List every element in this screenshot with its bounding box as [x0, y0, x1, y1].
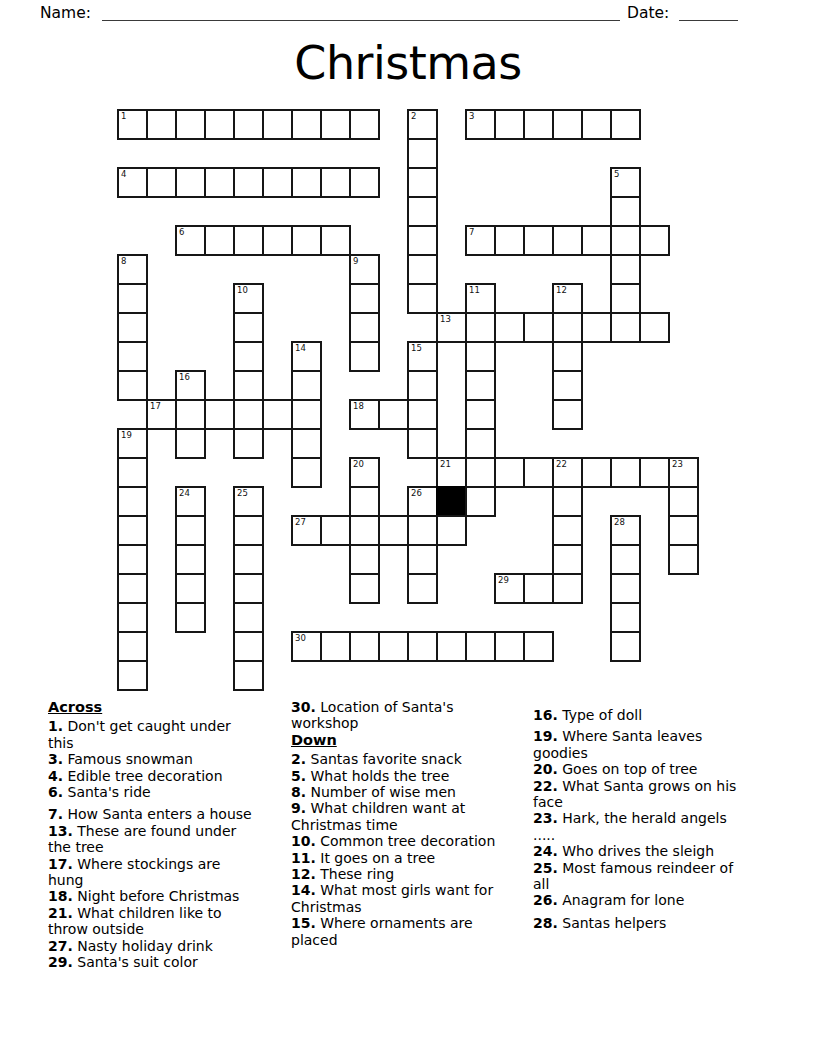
clue-down-23: 23. Hark, the herald angels ..... [533, 810, 741, 843]
grid-cell-r0c8[interactable] [349, 109, 380, 140]
grid-cell-r2c6[interactable] [291, 167, 322, 198]
clue-down-5: 5. What holds the tree [291, 768, 503, 784]
clue-across-29: 29. Santa's suit color [48, 954, 260, 970]
cell-number-11: 11 [469, 285, 480, 295]
grid-cell-r4c3[interactable] [204, 225, 235, 256]
cell-number-18: 18 [353, 401, 364, 411]
cell-number-21: 21 [440, 459, 451, 469]
cell-number-24: 24 [179, 488, 190, 498]
grid-cell-r0c7[interactable] [320, 109, 351, 140]
clue-down-22: 22. What Santa grows on his face [533, 778, 741, 811]
cell-number-4: 4 [121, 169, 126, 179]
clue-down-20: 20. Goes on top of tree [533, 761, 741, 777]
grid-cell-r0c4[interactable] [233, 109, 264, 140]
grid-cell-r6c0[interactable] [117, 283, 148, 314]
grid-cell-r17c4[interactable] [233, 602, 264, 633]
cell-number-19: 19 [121, 430, 132, 440]
grid-cell-r9c15[interactable] [552, 370, 583, 401]
grid-cell-r4c2[interactable]: 6 [175, 225, 206, 256]
grid-cell-r5c8[interactable]: 9 [349, 254, 380, 285]
grid-cell-r2c1[interactable] [146, 167, 177, 198]
clue-number: 10. [291, 833, 316, 849]
grid-cell-r4c13[interactable] [494, 225, 525, 256]
grid-cell-r11c6[interactable] [291, 428, 322, 459]
cell-number-17: 17 [150, 401, 161, 411]
clue-number: 25. [533, 860, 558, 876]
grid-cell-r12c6[interactable] [291, 457, 322, 488]
clue-number: 15. [291, 915, 316, 931]
grid-cell-r14c19[interactable] [668, 515, 699, 546]
grid-cell-r15c2[interactable] [175, 544, 206, 575]
clue-number: 3. [48, 751, 63, 767]
clue-across-6: 6. Santa's ride [48, 784, 260, 800]
grid-cell-r4c5[interactable] [262, 225, 293, 256]
grid-cell-r12c12[interactable] [465, 457, 496, 488]
grid-cell-r16c17[interactable] [610, 573, 641, 604]
grid-cell-r7c11[interactable]: 13 [436, 312, 467, 343]
grid-cell-r5c0[interactable]: 8 [117, 254, 148, 285]
grid-cell-r6c15[interactable]: 12 [552, 283, 583, 314]
grid-cell-r15c10[interactable] [407, 544, 438, 575]
down-header: Down [291, 732, 503, 748]
grid-cell-r8c0[interactable] [117, 341, 148, 372]
clue-number: 6. [48, 784, 63, 800]
cell-number-2: 2 [411, 111, 416, 121]
grid-cell-r4c7[interactable] [320, 225, 351, 256]
grid-cell-r18c8[interactable] [349, 631, 380, 662]
clue-down-19: 19. Where Santa leaves goodies [533, 728, 741, 761]
grid-cell-r10c2[interactable] [175, 399, 206, 430]
grid-cell-r15c15[interactable] [552, 544, 583, 575]
clue-number: 2. [291, 751, 306, 767]
grid-cell-r17c0[interactable] [117, 602, 148, 633]
grid-cell-r18c6[interactable]: 30 [291, 631, 322, 662]
grid-cell-r16c2[interactable] [175, 573, 206, 604]
grid-cell-r10c15[interactable] [552, 399, 583, 430]
grid-cell-r6c12[interactable]: 11 [465, 283, 496, 314]
grid-cell-r18c9[interactable] [378, 631, 409, 662]
clue-number: 9. [291, 800, 306, 816]
grid-cell-r11c2[interactable] [175, 428, 206, 459]
grid-cell-r2c17[interactable]: 5 [610, 167, 641, 198]
clue-number: 14. [291, 882, 316, 898]
grid-cell-r11c4[interactable] [233, 428, 264, 459]
grid-cell-r10c6[interactable] [291, 399, 322, 430]
clue-number: 29. [48, 954, 73, 970]
grid-cell-r15c19[interactable] [668, 544, 699, 575]
grid-cell-r2c0[interactable]: 4 [117, 167, 148, 198]
clue-across-27: 27. Nasty holiday drink [48, 938, 260, 954]
clue-number: 21. [48, 905, 73, 921]
clue-down-11: 11. It goes on a tree [291, 850, 503, 866]
grid-cell-r15c0[interactable] [117, 544, 148, 575]
clues-column-right: 16. Type of doll19. Where Santa leaves g… [533, 699, 741, 931]
cell-number-16: 16 [179, 372, 190, 382]
grid-cell-r4c12[interactable]: 7 [465, 225, 496, 256]
grid-cell-r15c8[interactable] [349, 544, 380, 575]
grid-cell-r11c0[interactable]: 19 [117, 428, 148, 459]
grid-cell-r13c19[interactable] [668, 486, 699, 517]
cell-number-20: 20 [353, 459, 364, 469]
grid-cell-r9c2[interactable]: 16 [175, 370, 206, 401]
grid-cell-r10c8[interactable]: 18 [349, 399, 380, 430]
grid-cell-r14c9[interactable] [378, 515, 409, 546]
cell-number-3: 3 [469, 111, 474, 121]
cell-number-26: 26 [411, 488, 422, 498]
clue-number: 13. [48, 823, 73, 839]
clue-across-30: 30. Location of Santa's workshop [291, 699, 503, 732]
grid-cell-r0c14[interactable] [523, 109, 554, 140]
grid-cell-r0c5[interactable] [262, 109, 293, 140]
grid-cell-r12c16[interactable] [581, 457, 612, 488]
grid-cell-r16c10[interactable] [407, 573, 438, 604]
grid-cell-r14c0[interactable] [117, 515, 148, 546]
grid-cell-r12c15[interactable]: 22 [552, 457, 583, 488]
grid-cell-r18c10[interactable] [407, 631, 438, 662]
grid-cell-r6c8[interactable] [349, 283, 380, 314]
grid-cell-r7c16[interactable] [581, 312, 612, 343]
clue-across-4: 4. Edible tree decoration [48, 768, 260, 784]
grid-cell-r7c17[interactable] [610, 312, 641, 343]
grid-cell-r18c12[interactable] [465, 631, 496, 662]
cell-number-12: 12 [556, 285, 567, 295]
grid-cell-r0c12[interactable]: 3 [465, 109, 496, 140]
clue-across-13: 13. These are found under the tree [48, 823, 260, 856]
cell-number-14: 14 [295, 343, 306, 353]
clue-number: 11. [291, 850, 316, 866]
worksheet-header: Name: Date: [0, 0, 816, 30]
grid-cell-r0c1[interactable] [146, 109, 177, 140]
grid-cell-r7c15[interactable] [552, 312, 583, 343]
grid-cell-r18c17[interactable] [610, 631, 641, 662]
grid-cell-r16c4[interactable] [233, 573, 264, 604]
grid-cell-r0c0[interactable]: 1 [117, 109, 148, 140]
grid-cell-r8c15[interactable] [552, 341, 583, 372]
clue-across-7: 7. How Santa enters a house [48, 806, 260, 822]
grid-cell-r15c4[interactable] [233, 544, 264, 575]
grid-cell-r0c17[interactable] [610, 109, 641, 140]
clue-down-2: 2. Santas favorite snack [291, 751, 503, 767]
cell-number-15: 15 [411, 343, 422, 353]
grid-cell-r5c10[interactable] [407, 254, 438, 285]
grid-cell-r8c6[interactable]: 14 [291, 341, 322, 372]
clue-number: 28. [533, 915, 558, 931]
grid-cell-r8c4[interactable] [233, 341, 264, 372]
clue-across-17: 17. Where stockings are hung [48, 856, 260, 889]
grid-cell-r18c4[interactable] [233, 631, 264, 662]
grid-cell-r2c2[interactable] [175, 167, 206, 198]
grid-cell-r13c2[interactable]: 24 [175, 486, 206, 517]
cell-number-9: 9 [353, 256, 358, 266]
grid-cell-r9c0[interactable] [117, 370, 148, 401]
clue-number: 7. [48, 806, 63, 822]
crossword-grid: 1234567891011121314151617181920212223242… [117, 109, 699, 693]
grid-cell-r11c10[interactable] [407, 428, 438, 459]
grid-cell-r13c8[interactable] [349, 486, 380, 517]
date-fill-line[interactable] [679, 4, 738, 21]
clue-down-24: 24. Who drives the sleigh [533, 843, 741, 859]
clue-number: 17. [48, 856, 73, 872]
clue-number: 16. [533, 707, 558, 723]
black-cell [436, 486, 467, 517]
cell-number-22: 22 [556, 459, 567, 469]
grid-cell-r11c12[interactable] [465, 428, 496, 459]
grid-cell-r9c10[interactable] [407, 370, 438, 401]
grid-cell-r16c13[interactable]: 29 [494, 573, 525, 604]
grid-cell-r12c17[interactable] [610, 457, 641, 488]
grid-cell-r3c17[interactable] [610, 196, 641, 227]
grid-cell-r7c14[interactable] [523, 312, 554, 343]
grid-cell-r7c13[interactable] [494, 312, 525, 343]
grid-cell-r12c13[interactable] [494, 457, 525, 488]
grid-cell-r1c10[interactable] [407, 138, 438, 169]
grid-cell-r16c8[interactable] [349, 573, 380, 604]
cell-number-8: 8 [121, 256, 126, 266]
grid-cell-r7c8[interactable] [349, 312, 380, 343]
grid-cell-r9c4[interactable] [233, 370, 264, 401]
grid-cell-r2c7[interactable] [320, 167, 351, 198]
clue-down-28: 28. Santas helpers [533, 915, 741, 931]
grid-cell-r14c15[interactable] [552, 515, 583, 546]
grid-cell-r8c8[interactable] [349, 341, 380, 372]
grid-cell-r18c0[interactable] [117, 631, 148, 662]
grid-cell-r6c4[interactable]: 10 [233, 283, 264, 314]
grid-cell-r10c9[interactable] [378, 399, 409, 430]
grid-cell-r10c10[interactable] [407, 399, 438, 430]
grid-cell-r14c10[interactable] [407, 515, 438, 546]
grid-cell-r14c6[interactable]: 27 [291, 515, 322, 546]
clue-number: 24. [533, 843, 558, 859]
grid-cell-r4c15[interactable] [552, 225, 583, 256]
clue-across-18: 18. Night before Christmas [48, 888, 260, 904]
clue-number: 8. [291, 784, 306, 800]
clue-down-10: 10. Common tree decoration [291, 833, 503, 849]
grid-cell-r7c0[interactable] [117, 312, 148, 343]
grid-cell-r14c7[interactable] [320, 515, 351, 546]
grid-cell-r2c10[interactable] [407, 167, 438, 198]
clue-number: 26. [533, 892, 558, 908]
grid-cell-r12c14[interactable] [523, 457, 554, 488]
grid-cell-r10c4[interactable] [233, 399, 264, 430]
grid-cell-r17c2[interactable] [175, 602, 206, 633]
clue-down-14: 14. What most girls want for Christmas [291, 882, 503, 915]
grid-cell-r14c11[interactable] [436, 515, 467, 546]
grid-cell-r6c10[interactable] [407, 283, 438, 314]
grid-cell-r10c5[interactable] [262, 399, 293, 430]
grid-cell-r13c12[interactable] [465, 486, 496, 517]
grid-cell-r13c0[interactable] [117, 486, 148, 517]
grid-cell-r0c6[interactable] [291, 109, 322, 140]
clue-across-3: 3. Famous snowman [48, 751, 260, 767]
grid-cell-r14c17[interactable]: 28 [610, 515, 641, 546]
grid-cell-r12c19[interactable]: 23 [668, 457, 699, 488]
grid-cell-r7c18[interactable] [639, 312, 670, 343]
grid-cell-r4c17[interactable] [610, 225, 641, 256]
clue-down-9: 9. What children want at Christmas time [291, 800, 503, 833]
clues-column-across: Across1. Don't get caught under this3. F… [48, 699, 260, 971]
grid-cell-r4c14[interactable] [523, 225, 554, 256]
grid-cell-r2c4[interactable] [233, 167, 264, 198]
clue-number: 1. [48, 718, 63, 734]
clue-down-12: 12. These ring [291, 866, 503, 882]
grid-cell-r15c17[interactable] [610, 544, 641, 575]
grid-cell-r10c12[interactable] [465, 399, 496, 430]
grid-cell-r0c15[interactable] [552, 109, 583, 140]
grid-cell-r9c12[interactable] [465, 370, 496, 401]
clue-number: 12. [291, 866, 316, 882]
grid-cell-r8c12[interactable] [465, 341, 496, 372]
grid-cell-r13c10[interactable]: 26 [407, 486, 438, 517]
clue-number: 20. [533, 761, 558, 777]
grid-cell-r12c11[interactable]: 21 [436, 457, 467, 488]
grid-cell-r4c6[interactable] [291, 225, 322, 256]
cell-number-23: 23 [672, 459, 683, 469]
clue-number: 5. [291, 768, 306, 784]
grid-cell-r14c4[interactable] [233, 515, 264, 546]
grid-cell-r16c15[interactable] [552, 573, 583, 604]
cell-number-7: 7 [469, 227, 474, 237]
cell-number-10: 10 [237, 285, 248, 295]
clue-across-1: 1. Don't get caught under this [48, 718, 260, 751]
clue-down-25: 25. Most famous reindeer of all [533, 860, 741, 893]
grid-cell-r18c7[interactable] [320, 631, 351, 662]
date-label: Date: [627, 4, 669, 22]
cell-number-28: 28 [614, 517, 625, 527]
cell-number-27: 27 [295, 517, 306, 527]
cell-number-13: 13 [440, 314, 451, 324]
clue-across-21: 21. What children like to throw outside [48, 905, 260, 938]
grid-cell-r3c10[interactable] [407, 196, 438, 227]
grid-cell-r2c3[interactable] [204, 167, 235, 198]
clue-down-26: 26. Anagram for lone [533, 892, 741, 908]
grid-cell-r8c10[interactable]: 15 [407, 341, 438, 372]
grid-cell-r5c17[interactable] [610, 254, 641, 285]
grid-cell-r4c16[interactable] [581, 225, 612, 256]
grid-cell-r16c14[interactable] [523, 573, 554, 604]
grid-cell-r19c0[interactable] [117, 660, 148, 691]
grid-cell-r4c18[interactable] [639, 225, 670, 256]
grid-cell-r12c18[interactable] [639, 457, 670, 488]
grid-cell-r0c10[interactable]: 2 [407, 109, 438, 140]
clue-number: 19. [533, 728, 558, 744]
grid-cell-r13c4[interactable]: 25 [233, 486, 264, 517]
clue-down-16: 16. Type of doll [533, 707, 741, 723]
grid-cell-r18c11[interactable] [436, 631, 467, 662]
grid-cell-r9c6[interactable] [291, 370, 322, 401]
clue-number: 4. [48, 768, 63, 784]
clue-number: 27. [48, 938, 73, 954]
clue-number: 22. [533, 778, 558, 794]
clue-number: 23. [533, 810, 558, 826]
clue-down-8: 8. Number of wise men [291, 784, 503, 800]
cell-number-29: 29 [498, 575, 509, 585]
grid-cell-r14c2[interactable] [175, 515, 206, 546]
grid-cell-r10c3[interactable] [204, 399, 235, 430]
grid-cell-r10c1[interactable]: 17 [146, 399, 177, 430]
clue-number: 30. [291, 699, 316, 715]
grid-cell-r7c12[interactable] [465, 312, 496, 343]
clue-down-15: 15. Where ornaments are placed [291, 915, 503, 948]
name-fill-line[interactable] [102, 4, 620, 21]
grid-cell-r13c15[interactable] [552, 486, 583, 517]
grid-cell-r18c14[interactable] [523, 631, 554, 662]
clue-number: 18. [48, 888, 73, 904]
grid-cell-r4c10[interactable] [407, 225, 438, 256]
grid-cell-r16c0[interactable] [117, 573, 148, 604]
grid-cell-r18c13[interactable] [494, 631, 525, 662]
clues-column-middle: 30. Location of Santa's workshopDown2. S… [291, 699, 503, 948]
grid-cell-r17c17[interactable] [610, 602, 641, 633]
grid-cell-r14c8[interactable] [349, 515, 380, 546]
grid-cell-r0c3[interactable] [204, 109, 235, 140]
grid-cell-r0c13[interactable] [494, 109, 525, 140]
cell-number-25: 25 [237, 488, 248, 498]
grid-cell-r2c5[interactable] [262, 167, 293, 198]
grid-cell-r0c2[interactable] [175, 109, 206, 140]
grid-cell-r2c8[interactable] [349, 167, 380, 198]
name-label: Name: [40, 4, 91, 22]
grid-cell-r12c8[interactable]: 20 [349, 457, 380, 488]
cell-number-5: 5 [614, 169, 619, 179]
grid-cell-r7c4[interactable] [233, 312, 264, 343]
grid-cell-r0c16[interactable] [581, 109, 612, 140]
cell-number-30: 30 [295, 633, 306, 643]
grid-cell-r6c17[interactable] [610, 283, 641, 314]
grid-cell-r19c4[interactable] [233, 660, 264, 691]
puzzle-title: Christmas [0, 36, 816, 90]
grid-cell-r12c0[interactable] [117, 457, 148, 488]
grid-cell-r4c4[interactable] [233, 225, 264, 256]
across-header: Across [48, 699, 260, 715]
cell-number-6: 6 [179, 227, 184, 237]
cell-number-1: 1 [121, 111, 126, 121]
